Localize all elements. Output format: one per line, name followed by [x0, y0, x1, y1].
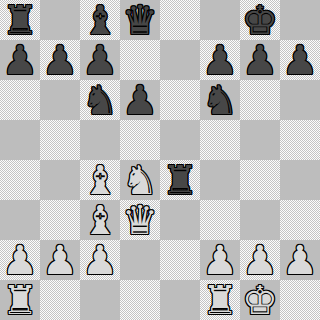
square-f5[interactable]: [200, 120, 240, 160]
square-e2[interactable]: [160, 240, 200, 280]
square-c2[interactable]: ♟: [80, 240, 120, 280]
white-bishop-piece[interactable]: ♝: [82, 160, 118, 200]
white-pawn-piece[interactable]: ♟: [202, 240, 238, 280]
square-c4[interactable]: ♝: [80, 160, 120, 200]
square-c6[interactable]: ♞: [80, 80, 120, 120]
square-c7[interactable]: ♟: [80, 40, 120, 80]
black-rook-piece[interactable]: ♜: [162, 160, 198, 200]
square-f2[interactable]: ♟: [200, 240, 240, 280]
square-e7[interactable]: [160, 40, 200, 80]
square-a5[interactable]: [0, 120, 40, 160]
square-c1[interactable]: [80, 280, 120, 320]
square-h1[interactable]: [280, 280, 320, 320]
white-queen-piece[interactable]: ♛: [122, 200, 158, 240]
square-h3[interactable]: [280, 200, 320, 240]
square-b3[interactable]: [40, 200, 80, 240]
square-d6[interactable]: ♟: [120, 80, 160, 120]
white-pawn-piece[interactable]: ♟: [42, 240, 78, 280]
black-bishop-piece[interactable]: ♝: [82, 0, 118, 40]
white-pawn-piece[interactable]: ♟: [282, 240, 318, 280]
black-knight-piece[interactable]: ♞: [202, 80, 238, 120]
square-g7[interactable]: ♟: [240, 40, 280, 80]
square-h8[interactable]: [280, 0, 320, 40]
black-pawn-piece[interactable]: ♟: [82, 40, 118, 80]
square-d2[interactable]: [120, 240, 160, 280]
square-c5[interactable]: [80, 120, 120, 160]
square-g2[interactable]: ♟: [240, 240, 280, 280]
white-king-piece[interactable]: ♚: [242, 280, 278, 320]
black-pawn-piece[interactable]: ♟: [282, 40, 318, 80]
square-e1[interactable]: [160, 280, 200, 320]
white-pawn-piece[interactable]: ♟: [82, 240, 118, 280]
square-f7[interactable]: ♟: [200, 40, 240, 80]
square-h6[interactable]: [280, 80, 320, 120]
black-queen-piece[interactable]: ♛: [122, 0, 158, 40]
square-h7[interactable]: ♟: [280, 40, 320, 80]
square-d7[interactable]: [120, 40, 160, 80]
square-d4[interactable]: ♞: [120, 160, 160, 200]
white-pawn-piece[interactable]: ♟: [242, 240, 278, 280]
square-f3[interactable]: [200, 200, 240, 240]
white-bishop-piece[interactable]: ♝: [82, 200, 118, 240]
black-king-piece[interactable]: ♚: [242, 0, 278, 40]
black-pawn-piece[interactable]: ♟: [2, 40, 38, 80]
square-a7[interactable]: ♟: [0, 40, 40, 80]
square-a2[interactable]: ♟: [0, 240, 40, 280]
square-f8[interactable]: [200, 0, 240, 40]
square-a4[interactable]: [0, 160, 40, 200]
square-b7[interactable]: ♟: [40, 40, 80, 80]
square-d5[interactable]: [120, 120, 160, 160]
white-rook-piece[interactable]: ♜: [202, 280, 238, 320]
square-f6[interactable]: ♞: [200, 80, 240, 120]
square-b2[interactable]: ♟: [40, 240, 80, 280]
square-h4[interactable]: [280, 160, 320, 200]
square-g3[interactable]: [240, 200, 280, 240]
black-pawn-piece[interactable]: ♟: [202, 40, 238, 80]
square-e6[interactable]: [160, 80, 200, 120]
square-a6[interactable]: [0, 80, 40, 120]
square-f1[interactable]: ♜: [200, 280, 240, 320]
square-b8[interactable]: [40, 0, 80, 40]
white-knight-piece[interactable]: ♞: [122, 160, 158, 200]
square-b1[interactable]: [40, 280, 80, 320]
square-g6[interactable]: [240, 80, 280, 120]
square-f4[interactable]: [200, 160, 240, 200]
chess-board: ♜♝♛♚♟♟♟♟♟♟♞♟♞♝♞♜♝♛♟♟♟♟♟♟♜♜♚: [0, 0, 320, 320]
square-g4[interactable]: [240, 160, 280, 200]
square-b4[interactable]: [40, 160, 80, 200]
square-g1[interactable]: ♚: [240, 280, 280, 320]
square-c8[interactable]: ♝: [80, 0, 120, 40]
square-h2[interactable]: ♟: [280, 240, 320, 280]
square-a1[interactable]: ♜: [0, 280, 40, 320]
white-pawn-piece[interactable]: ♟: [2, 240, 38, 280]
black-pawn-piece[interactable]: ♟: [42, 40, 78, 80]
square-d3[interactable]: ♛: [120, 200, 160, 240]
square-e8[interactable]: [160, 0, 200, 40]
square-e3[interactable]: [160, 200, 200, 240]
square-g5[interactable]: [240, 120, 280, 160]
square-e5[interactable]: [160, 120, 200, 160]
square-e4[interactable]: ♜: [160, 160, 200, 200]
square-b5[interactable]: [40, 120, 80, 160]
black-pawn-piece[interactable]: ♟: [122, 80, 158, 120]
square-a3[interactable]: [0, 200, 40, 240]
square-a8[interactable]: ♜: [0, 0, 40, 40]
square-d1[interactable]: [120, 280, 160, 320]
square-h5[interactable]: [280, 120, 320, 160]
black-rook-piece[interactable]: ♜: [2, 0, 38, 40]
square-g8[interactable]: ♚: [240, 0, 280, 40]
square-d8[interactable]: ♛: [120, 0, 160, 40]
square-c3[interactable]: ♝: [80, 200, 120, 240]
black-knight-piece[interactable]: ♞: [82, 80, 118, 120]
black-pawn-piece[interactable]: ♟: [242, 40, 278, 80]
white-rook-piece[interactable]: ♜: [2, 280, 38, 320]
square-b6[interactable]: [40, 80, 80, 120]
